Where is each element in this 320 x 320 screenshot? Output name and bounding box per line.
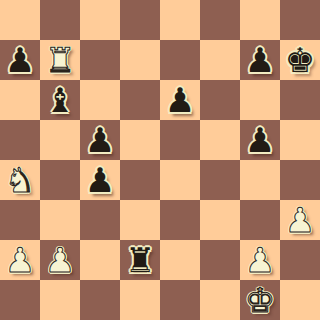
square-b2[interactable]: ♟	[40, 240, 80, 280]
chess-board: ♟♜♟♚♝♟♟♟♞♟♟♟♟♜♟♚	[0, 0, 320, 320]
square-g6[interactable]	[240, 80, 280, 120]
square-d6[interactable]	[120, 80, 160, 120]
square-h3[interactable]: ♟	[280, 200, 320, 240]
black-pawn[interactable]: ♟	[245, 120, 275, 160]
square-c6[interactable]	[80, 80, 120, 120]
square-b3[interactable]	[40, 200, 80, 240]
square-b8[interactable]	[40, 0, 80, 40]
black-pawn[interactable]: ♟	[85, 160, 115, 200]
square-e2[interactable]	[160, 240, 200, 280]
square-a8[interactable]	[0, 0, 40, 40]
square-f2[interactable]	[200, 240, 240, 280]
square-a3[interactable]	[0, 200, 40, 240]
black-rook[interactable]: ♜	[125, 240, 155, 280]
black-pawn[interactable]: ♟	[245, 40, 275, 80]
square-b4[interactable]	[40, 160, 80, 200]
square-g7[interactable]: ♟	[240, 40, 280, 80]
square-f6[interactable]	[200, 80, 240, 120]
square-g8[interactable]	[240, 0, 280, 40]
square-c7[interactable]	[80, 40, 120, 80]
square-e7[interactable]	[160, 40, 200, 80]
square-b6[interactable]: ♝	[40, 80, 80, 120]
square-g5[interactable]: ♟	[240, 120, 280, 160]
square-a1[interactable]	[0, 280, 40, 320]
square-d5[interactable]	[120, 120, 160, 160]
black-pawn[interactable]: ♟	[165, 80, 195, 120]
square-f7[interactable]	[200, 40, 240, 80]
square-d1[interactable]	[120, 280, 160, 320]
white-pawn[interactable]: ♟	[45, 240, 75, 280]
square-f8[interactable]	[200, 0, 240, 40]
square-e8[interactable]	[160, 0, 200, 40]
white-rook[interactable]: ♜	[45, 40, 75, 80]
square-d4[interactable]	[120, 160, 160, 200]
square-h2[interactable]	[280, 240, 320, 280]
white-king[interactable]: ♚	[245, 280, 275, 320]
square-h4[interactable]	[280, 160, 320, 200]
square-b1[interactable]	[40, 280, 80, 320]
square-d7[interactable]	[120, 40, 160, 80]
square-a4[interactable]: ♞	[0, 160, 40, 200]
white-pawn[interactable]: ♟	[5, 240, 35, 280]
square-h8[interactable]	[280, 0, 320, 40]
square-g1[interactable]: ♚	[240, 280, 280, 320]
square-e1[interactable]	[160, 280, 200, 320]
square-g3[interactable]	[240, 200, 280, 240]
square-f1[interactable]	[200, 280, 240, 320]
square-e4[interactable]	[160, 160, 200, 200]
square-d3[interactable]	[120, 200, 160, 240]
square-b7[interactable]: ♜	[40, 40, 80, 80]
square-c3[interactable]	[80, 200, 120, 240]
square-d8[interactable]	[120, 0, 160, 40]
white-knight[interactable]: ♞	[5, 160, 35, 200]
square-b5[interactable]	[40, 120, 80, 160]
square-e6[interactable]: ♟	[160, 80, 200, 120]
square-c8[interactable]	[80, 0, 120, 40]
square-f3[interactable]	[200, 200, 240, 240]
square-h5[interactable]	[280, 120, 320, 160]
white-pawn[interactable]: ♟	[245, 240, 275, 280]
square-a7[interactable]: ♟	[0, 40, 40, 80]
square-e3[interactable]	[160, 200, 200, 240]
square-d2[interactable]: ♜	[120, 240, 160, 280]
square-c2[interactable]	[80, 240, 120, 280]
square-h1[interactable]	[280, 280, 320, 320]
square-f5[interactable]	[200, 120, 240, 160]
white-pawn[interactable]: ♟	[285, 200, 315, 240]
square-c4[interactable]: ♟	[80, 160, 120, 200]
black-bishop[interactable]: ♝	[45, 80, 75, 120]
black-pawn[interactable]: ♟	[85, 120, 115, 160]
square-e5[interactable]	[160, 120, 200, 160]
square-f4[interactable]	[200, 160, 240, 200]
square-a2[interactable]: ♟	[0, 240, 40, 280]
black-pawn[interactable]: ♟	[5, 40, 35, 80]
square-h6[interactable]	[280, 80, 320, 120]
square-g2[interactable]: ♟	[240, 240, 280, 280]
square-g4[interactable]	[240, 160, 280, 200]
black-king[interactable]: ♚	[285, 40, 315, 80]
square-c1[interactable]	[80, 280, 120, 320]
square-h7[interactable]: ♚	[280, 40, 320, 80]
square-c5[interactable]: ♟	[80, 120, 120, 160]
square-a5[interactable]	[0, 120, 40, 160]
square-a6[interactable]	[0, 80, 40, 120]
